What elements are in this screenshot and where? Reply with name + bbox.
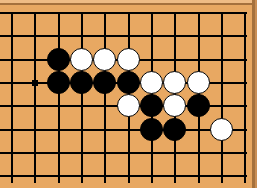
black-stone [163,118,186,141]
black-stone [70,71,93,94]
white-stone [163,71,186,94]
black-stone [117,71,140,94]
black-stone [140,94,163,117]
black-stone [140,118,163,141]
black-stone [47,71,70,94]
black-stone [187,94,210,117]
white-stone [117,48,140,71]
intersections-grid [0,1,257,188]
star-point-marker [32,80,38,86]
black-stone [93,71,116,94]
white-stone [163,94,186,117]
black-stone [47,48,70,71]
white-stone [93,48,116,71]
white-stone [70,48,93,71]
white-stone [187,71,210,94]
go-board-diagram [0,0,257,188]
white-stone [140,71,163,94]
white-stone [210,118,233,141]
white-stone [117,94,140,117]
